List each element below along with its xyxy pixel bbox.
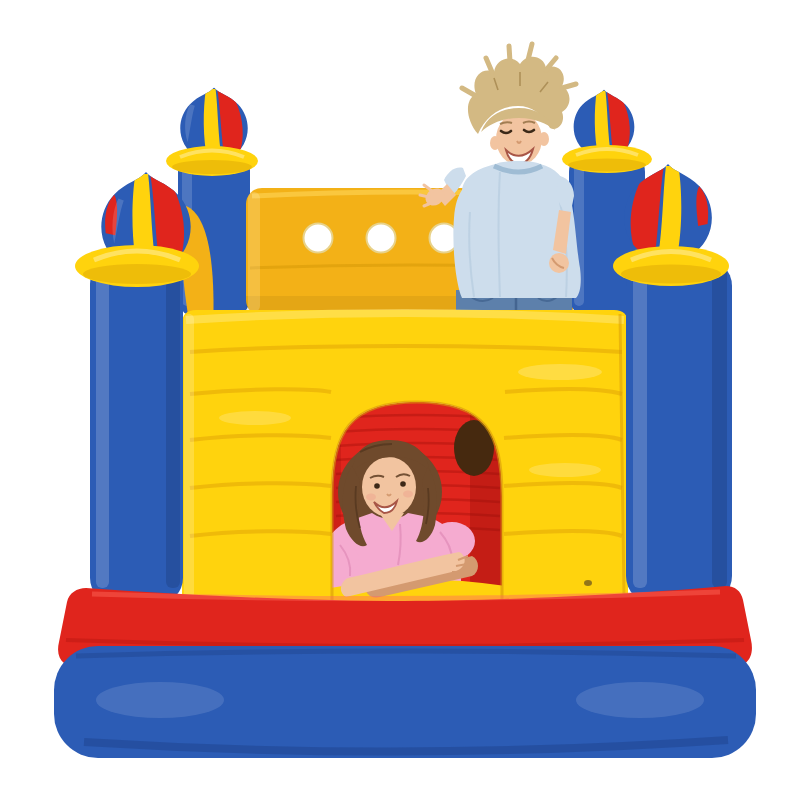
ring-shade (568, 159, 646, 172)
cushion-sheen-right (576, 682, 704, 718)
wall-edge-highlight (184, 314, 194, 598)
girl-eye-right (400, 481, 406, 487)
back-wall-edge-highlight (248, 192, 260, 312)
front-right-tower (613, 162, 732, 604)
cushion-sheen-left (96, 682, 224, 718)
wall-sheen-1 (518, 364, 602, 380)
girl-blush-right (403, 491, 413, 498)
tower-ring (75, 245, 199, 287)
tower-ring (166, 146, 258, 176)
wall-sheen-2 (219, 411, 291, 425)
wall-sheen-3 (529, 463, 601, 477)
ring-shade (83, 264, 191, 284)
tower-ring (613, 246, 729, 286)
girl-blush-left (366, 494, 376, 501)
tower-ring (562, 145, 652, 173)
base-blue-cushion (54, 646, 756, 758)
boy-fist-right (549, 253, 569, 273)
wall-hole-1 (304, 224, 333, 253)
wall-hole-2 (367, 224, 396, 253)
ring-shade (172, 160, 252, 174)
dome-stripe-red-edge (696, 186, 708, 226)
product-photo (0, 0, 800, 800)
tower-shade (712, 268, 727, 588)
intex-logo-mark (584, 580, 592, 586)
tower-shade (166, 268, 180, 588)
ring-shade (621, 265, 721, 284)
tower-highlight (96, 268, 109, 588)
tower-highlight (633, 268, 647, 588)
front-left-tower (75, 170, 201, 604)
girl-eye-left (374, 483, 380, 489)
